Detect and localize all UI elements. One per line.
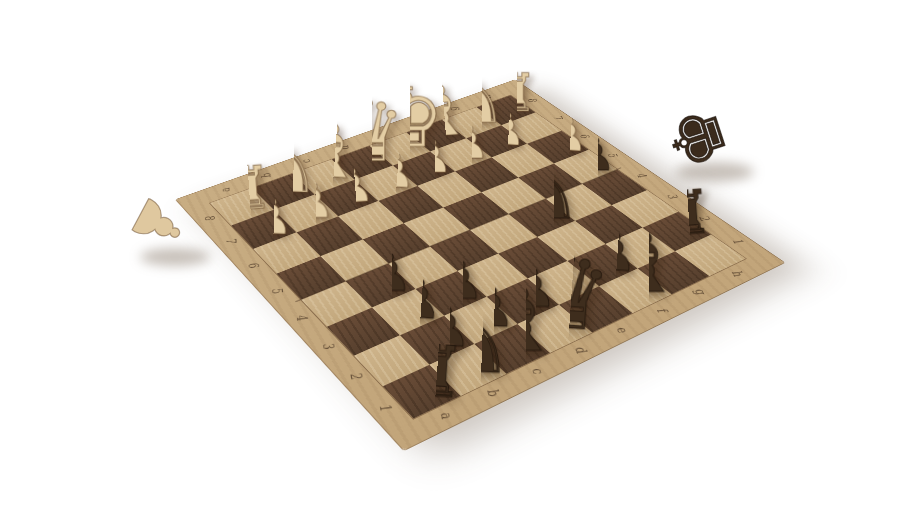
white-pawn-c7[interactable]: ♟ [354,164,357,207]
label-rank-left-5: 5 [268,285,286,297]
label-rank-left-7: 7 [222,236,239,247]
black-knight-b1[interactable]: ♞ [481,312,483,382]
label-file-near-h: h [726,268,748,280]
white-pawn-icon: ♟ [449,122,489,163]
label-file-near-c: c [526,364,548,378]
white-pawn-g7[interactable]: ♟ [507,109,510,149]
label-rank-left-4: 4 [292,312,311,325]
black-pawn-icon: ♟ [575,133,616,175]
white-pawn-icon: ♟ [330,162,375,208]
white-pawn-d7[interactable]: ♟ [396,149,399,191]
label-file-near-b: b [482,386,504,401]
white-pawn-h6[interactable]: ♟ [569,114,572,155]
label-rank-right-1: 1 [727,236,748,247]
black-bishop-icon: ♝ [609,226,682,301]
label-file-near-d: d [570,344,592,358]
label-rank-right-4: 4 [632,171,651,181]
label-rank-left-8: 8 [201,213,217,224]
chess-scene: ♜♞♝♛♚♝♞♜♟♟♟♟♟♟♟♟♟♟♞♟♟♟♟♟♟♜♜♞♝♛♝ 88aa77bb… [0,0,910,512]
white-pawn-icon: ♟ [373,148,417,193]
label-file-near-e: e [611,324,633,337]
page-background: { "game": "chess", "scene": { "descripti… [0,0,910,512]
black-queen-d1[interactable]: ♛ [568,248,574,340]
white-pawn-icon: ♟ [249,193,294,239]
fallen-black-king-shadow [676,162,754,182]
black-knight-icon: ♞ [521,166,580,227]
black-rook-icon: ♜ [399,337,467,407]
white-pawn-icon: ♟ [412,135,453,177]
black-rook-h2[interactable]: ♜ [687,185,691,241]
label-file-near-g: g [689,286,711,298]
fallen-white-pawn[interactable]: ♟ [132,194,186,254]
label-rank-left-3: 3 [318,340,338,354]
black-rook-a1[interactable]: ♜ [435,339,440,404]
fallen-white-pawn-shadow [140,248,210,266]
label-file-near-a: a [435,408,457,424]
white-pawn-icon: ♟ [486,107,528,150]
label-rank-left-1: 1 [374,401,395,416]
label-rank-left-2: 2 [345,369,365,384]
label-file-near-f: f [651,304,673,317]
label-rank-left-6: 6 [244,260,261,272]
white-pawn-a7[interactable]: ♟ [273,194,275,239]
white-pawn-icon: ♟ [292,179,335,223]
